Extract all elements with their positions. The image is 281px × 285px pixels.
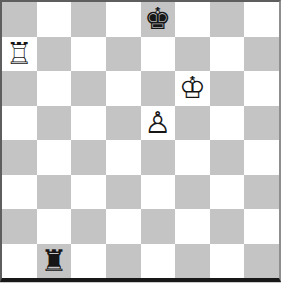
square-d1[interactable]: [106, 244, 141, 279]
square-f1[interactable]: [175, 244, 210, 279]
square-h8[interactable]: [244, 2, 279, 37]
square-a8[interactable]: [2, 2, 37, 37]
square-d5[interactable]: [106, 106, 141, 141]
black-rook[interactable]: ♜: [37, 244, 72, 279]
square-h7[interactable]: [244, 37, 279, 72]
square-f2[interactable]: [175, 209, 210, 244]
black-king[interactable]: ♚: [141, 2, 176, 37]
board-bottom-shadow: [0, 282, 281, 283]
white-pawn-outline: ♙: [141, 106, 176, 141]
square-c2[interactable]: [71, 209, 106, 244]
square-h4[interactable]: [244, 140, 279, 175]
square-b6[interactable]: [37, 71, 72, 106]
square-c1[interactable]: [71, 244, 106, 279]
square-a7[interactable]: ♜♖: [2, 37, 37, 72]
square-b3[interactable]: [37, 175, 72, 210]
square-c6[interactable]: [71, 71, 106, 106]
square-e6[interactable]: [141, 71, 176, 106]
square-h1[interactable]: [244, 244, 279, 279]
square-e5[interactable]: ♟♙: [141, 106, 176, 141]
square-b4[interactable]: [37, 140, 72, 175]
square-g1[interactable]: [210, 244, 245, 279]
square-c5[interactable]: [71, 106, 106, 141]
square-g8[interactable]: [210, 2, 245, 37]
square-b1[interactable]: ♜: [37, 244, 72, 279]
square-g6[interactable]: [210, 71, 245, 106]
square-b7[interactable]: [37, 37, 72, 72]
square-d3[interactable]: [106, 175, 141, 210]
square-a5[interactable]: [2, 106, 37, 141]
square-e3[interactable]: [141, 175, 176, 210]
square-f7[interactable]: [175, 37, 210, 72]
square-b2[interactable]: [37, 209, 72, 244]
square-d7[interactable]: [106, 37, 141, 72]
square-g4[interactable]: [210, 140, 245, 175]
square-f5[interactable]: [175, 106, 210, 141]
square-g2[interactable]: [210, 209, 245, 244]
square-e2[interactable]: [141, 209, 176, 244]
white-pawn[interactable]: ♟♙: [141, 106, 176, 141]
square-a1[interactable]: [2, 244, 37, 279]
white-king[interactable]: ♚♔: [175, 71, 210, 106]
square-f6[interactable]: ♚♔: [175, 71, 210, 106]
black-king-glyph: ♚: [141, 2, 176, 37]
square-c8[interactable]: [71, 2, 106, 37]
square-b8[interactable]: [37, 2, 72, 37]
square-f4[interactable]: [175, 140, 210, 175]
square-d2[interactable]: [106, 209, 141, 244]
square-e7[interactable]: [141, 37, 176, 72]
square-f3[interactable]: [175, 175, 210, 210]
white-rook-outline: ♖: [2, 37, 37, 72]
square-b5[interactable]: [37, 106, 72, 141]
chess-diagram: ♚♜♖♚♔♟♙♜: [0, 0, 281, 285]
square-g5[interactable]: [210, 106, 245, 141]
square-f8[interactable]: [175, 2, 210, 37]
chess-board: ♚♜♖♚♔♟♙♜: [0, 0, 281, 282]
square-d6[interactable]: [106, 71, 141, 106]
square-c7[interactable]: [71, 37, 106, 72]
square-e4[interactable]: [141, 140, 176, 175]
square-h6[interactable]: [244, 71, 279, 106]
square-c3[interactable]: [71, 175, 106, 210]
square-c4[interactable]: [71, 140, 106, 175]
square-h3[interactable]: [244, 175, 279, 210]
square-d8[interactable]: [106, 2, 141, 37]
black-rook-glyph: ♜: [37, 244, 72, 279]
white-king-outline: ♔: [175, 71, 210, 106]
square-h5[interactable]: [244, 106, 279, 141]
square-a3[interactable]: [2, 175, 37, 210]
square-g7[interactable]: [210, 37, 245, 72]
square-e1[interactable]: [141, 244, 176, 279]
square-a6[interactable]: [2, 71, 37, 106]
white-rook[interactable]: ♜♖: [2, 37, 37, 72]
square-a4[interactable]: [2, 140, 37, 175]
square-d4[interactable]: [106, 140, 141, 175]
square-h2[interactable]: [244, 209, 279, 244]
square-a2[interactable]: [2, 209, 37, 244]
square-e8[interactable]: ♚: [141, 2, 176, 37]
square-g3[interactable]: [210, 175, 245, 210]
